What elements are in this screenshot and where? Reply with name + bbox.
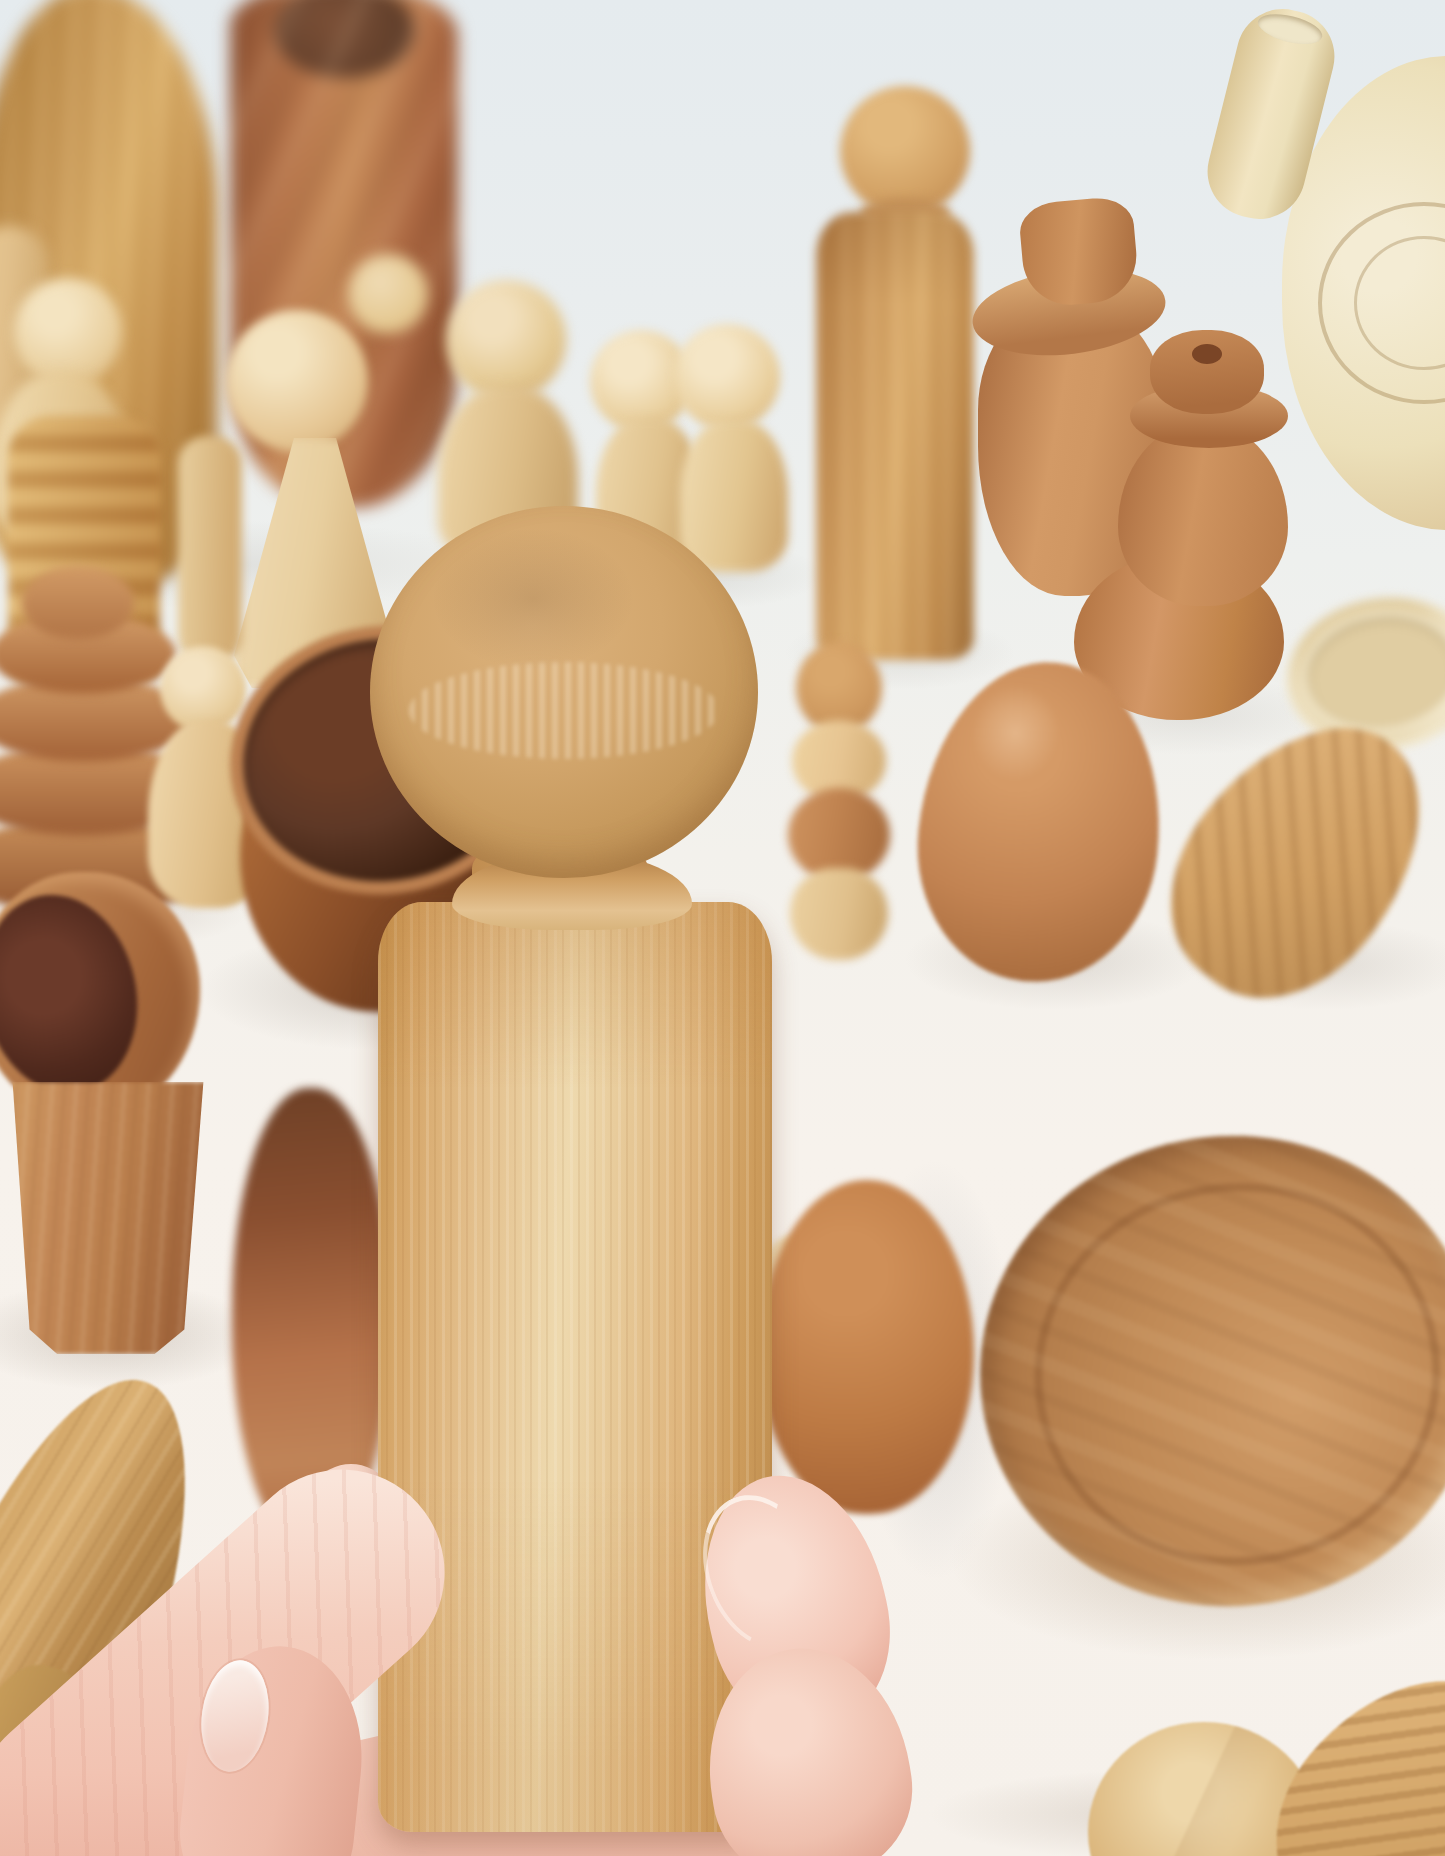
photo-canvas bbox=[0, 0, 1445, 1856]
spool-figure-body bbox=[1118, 422, 1288, 606]
terracotta-jar-body bbox=[2, 1082, 214, 1354]
held-doll-head bbox=[370, 506, 758, 878]
terracotta-ball bbox=[760, 1180, 974, 1514]
left-peg-doll-2-head bbox=[226, 310, 368, 452]
pair-doll-2-body bbox=[680, 420, 788, 572]
spool-figure-hole bbox=[1192, 344, 1222, 364]
stacked-ball-doll-foot bbox=[790, 868, 888, 960]
peeking-peg-doll-head bbox=[348, 254, 428, 334]
small-cylinder-figure bbox=[178, 436, 242, 664]
held-doll-body bbox=[378, 902, 772, 1832]
left-peg-doll-1-head bbox=[14, 278, 122, 386]
tall-tan-doll-head bbox=[840, 86, 970, 216]
left-peg-doll-3-head bbox=[446, 280, 566, 400]
spool-figure-top bbox=[1150, 330, 1264, 414]
pair-doll-2-head bbox=[674, 324, 780, 430]
tall-tan-doll-body bbox=[816, 212, 974, 660]
ring-stacker-dome bbox=[22, 566, 134, 640]
